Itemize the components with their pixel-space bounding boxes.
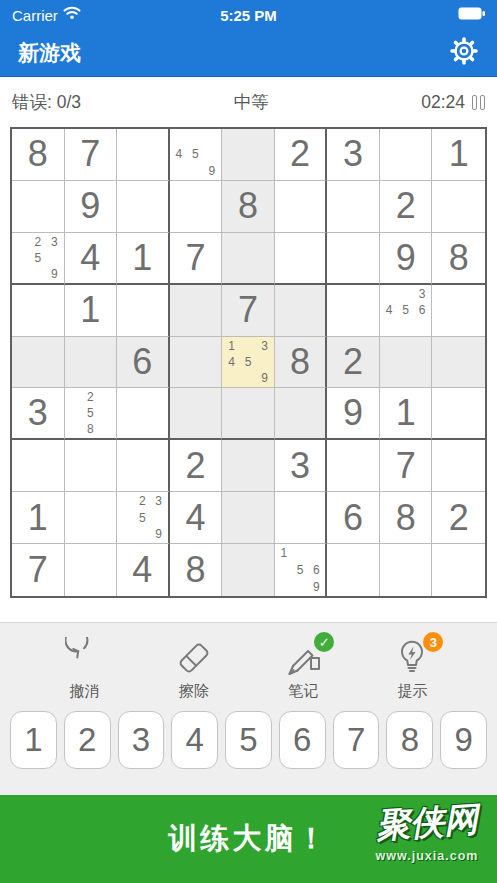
- difficulty-label: 中等: [234, 90, 269, 114]
- cell-r2c9[interactable]: [432, 181, 485, 233]
- cell-r7c2[interactable]: [65, 440, 118, 492]
- erase-label: 擦除: [179, 682, 209, 701]
- pencil-marks: 13459: [223, 338, 273, 387]
- cell-r6c9[interactable]: [432, 388, 485, 440]
- sudoku-app: Carrier 5:25 PM 新游戏: [0, 0, 497, 883]
- pencil-marks: 2359: [118, 493, 167, 542]
- cell-r7c4[interactable]: 2: [170, 440, 223, 492]
- board-gap: [0, 598, 497, 622]
- cell-r2c2[interactable]: 9: [65, 181, 118, 233]
- pencil-marks: 1569: [276, 545, 325, 595]
- cell-digit: 3: [28, 395, 48, 431]
- cell-r1c5[interactable]: [222, 129, 275, 181]
- cell-digit: 6: [132, 344, 152, 380]
- hint-label: 提示: [397, 682, 427, 701]
- cell-r6c4[interactable]: [170, 388, 223, 440]
- numpad-5[interactable]: 5: [225, 711, 272, 769]
- cell-r5c9[interactable]: [432, 337, 485, 389]
- cell-digit: 2: [396, 188, 416, 224]
- numpad-4[interactable]: 4: [171, 711, 218, 769]
- pencil-marks: 2359: [13, 234, 63, 282]
- hint-button[interactable]: 3 提示: [377, 637, 447, 701]
- cell-digit: 8: [396, 500, 416, 536]
- cell-r9c3[interactable]: 4: [117, 544, 170, 596]
- undo-icon: [65, 637, 105, 677]
- numpad-2[interactable]: 2: [64, 711, 111, 769]
- cell-r1c3[interactable]: [117, 129, 170, 181]
- pencil-marks: 258: [66, 389, 116, 437]
- cell-digit: 2: [185, 448, 205, 484]
- battery-icon: [458, 6, 485, 24]
- watermark: 聚侠网 www.juxia.com: [365, 799, 489, 863]
- carrier-label: Carrier: [12, 7, 58, 24]
- clock-label: 5:25 PM: [220, 7, 277, 24]
- status-bar: Carrier 5:25 PM: [0, 0, 497, 30]
- cell-r6c3[interactable]: [117, 388, 170, 440]
- cell-r9c9[interactable]: [432, 544, 485, 596]
- cell-r4c3[interactable]: [117, 285, 170, 337]
- cell-r4c2[interactable]: 1: [65, 285, 118, 337]
- cell-r4c5[interactable]: 7: [222, 285, 275, 337]
- cell-r6c1[interactable]: 3: [12, 388, 65, 440]
- page-title: 新游戏: [18, 39, 81, 67]
- pause-icon[interactable]: [472, 95, 485, 110]
- cell-digit: 9: [80, 188, 100, 224]
- cell-r4c6[interactable]: [275, 285, 328, 337]
- cell-digit: 7: [80, 136, 100, 172]
- cell-r1c1[interactable]: 8: [12, 129, 65, 181]
- cell-r3c3[interactable]: 1: [117, 233, 170, 285]
- banner-slogan: 训练大脑！: [169, 819, 329, 859]
- cell-digit: 2: [449, 500, 469, 536]
- cell-r2c5[interactable]: 8: [222, 181, 275, 233]
- cell-r7c9[interactable]: [432, 440, 485, 492]
- cell-r5c2[interactable]: [65, 337, 118, 389]
- cell-r6c8[interactable]: 1: [380, 388, 433, 440]
- cell-r8c1[interactable]: 1: [12, 492, 65, 544]
- cell-r6c7[interactable]: 9: [327, 388, 380, 440]
- cell-r8c7[interactable]: 6: [327, 492, 380, 544]
- cell-r8c6[interactable]: [275, 492, 328, 544]
- toolbar: 撤消 擦除: [0, 623, 497, 701]
- cell-r9c7[interactable]: [327, 544, 380, 596]
- gear-icon[interactable]: [449, 36, 479, 70]
- cell-digit: 7: [396, 448, 416, 484]
- cell-r1c6[interactable]: 2: [275, 129, 328, 181]
- cell-r7c1[interactable]: [12, 440, 65, 492]
- cell-r7c6[interactable]: 3: [275, 440, 328, 492]
- cell-digit: 9: [396, 240, 416, 276]
- cell-r8c2[interactable]: [65, 492, 118, 544]
- cell-digit: 3: [290, 448, 310, 484]
- cell-r3c8[interactable]: 9: [380, 233, 433, 285]
- cell-r4c1[interactable]: [12, 285, 65, 337]
- erase-button[interactable]: 擦除: [159, 637, 229, 701]
- cell-r5c7[interactable]: 2: [327, 337, 380, 389]
- undo-button[interactable]: 撤消: [50, 637, 120, 701]
- cell-r7c7[interactable]: [327, 440, 380, 492]
- cell-digit: 1: [28, 500, 48, 536]
- cell-r3c5[interactable]: [222, 233, 275, 285]
- cell-r2c4[interactable]: [170, 181, 223, 233]
- cell-r2c3[interactable]: [117, 181, 170, 233]
- cell-r7c8[interactable]: 7: [380, 440, 433, 492]
- numpad-7[interactable]: 7: [333, 711, 380, 769]
- cell-r1c2[interactable]: 7: [65, 129, 118, 181]
- cell-digit: 7: [185, 240, 205, 276]
- cell-digit: 4: [132, 552, 152, 588]
- cell-r3c4[interactable]: 7: [170, 233, 223, 285]
- cell-r5c8[interactable]: [380, 337, 433, 389]
- cell-digit: 6: [343, 500, 363, 536]
- cell-r1c7[interactable]: 3: [327, 129, 380, 181]
- mistakes-counter: 错误: 0/3: [12, 90, 81, 114]
- cell-r4c9[interactable]: [432, 285, 485, 337]
- cell-r1c4[interactable]: 459: [170, 129, 223, 181]
- cell-r2c6[interactable]: [275, 181, 328, 233]
- cell-digit: 2: [290, 136, 310, 172]
- undo-label: 撤消: [70, 682, 100, 701]
- cell-r6c5[interactable]: [222, 388, 275, 440]
- timer-value: 02:24: [421, 92, 465, 113]
- cell-r9c2[interactable]: [65, 544, 118, 596]
- numpad-3[interactable]: 3: [118, 711, 165, 769]
- cell-r3c7[interactable]: [327, 233, 380, 285]
- game-hud: 错误: 0/3 中等 02:24: [0, 77, 497, 127]
- wifi-icon: [63, 6, 81, 24]
- cell-r4c4[interactable]: [170, 285, 223, 337]
- nav-bar: 新游戏: [0, 30, 497, 77]
- numpad-6[interactable]: 6: [279, 711, 326, 769]
- cell-r9c1[interactable]: 7: [12, 544, 65, 596]
- cell-r4c8[interactable]: 3456: [380, 285, 433, 337]
- cell-r1c8[interactable]: [380, 129, 433, 181]
- eraser-icon: [174, 637, 214, 677]
- cell-r6c2[interactable]: 258: [65, 388, 118, 440]
- watermark-url: www.juxia.com: [365, 849, 489, 863]
- cell-r2c1[interactable]: [12, 181, 65, 233]
- cell-r1c9[interactable]: 1: [432, 129, 485, 181]
- pencil-marks: 459: [171, 130, 221, 179]
- sudoku-board: 8745923198223594179817345661345982325891…: [10, 127, 487, 598]
- cell-digit: 1: [449, 136, 469, 172]
- cell-r5c1[interactable]: [12, 337, 65, 389]
- cell-r3c2[interactable]: 4: [65, 233, 118, 285]
- cell-r3c9[interactable]: 8: [432, 233, 485, 285]
- cell-r3c6[interactable]: [275, 233, 328, 285]
- notes-on-badge: ✓: [312, 630, 336, 654]
- cell-r7c5[interactable]: [222, 440, 275, 492]
- cell-digit: 2: [343, 344, 363, 380]
- control-panel: 撤消 擦除: [0, 622, 497, 795]
- numpad-9[interactable]: 9: [440, 711, 487, 769]
- number-pad: 123456789: [0, 701, 497, 769]
- cell-digit: 8: [449, 240, 469, 276]
- cell-r5c5[interactable]: 13459: [222, 337, 275, 389]
- cell-r9c6[interactable]: 1569: [275, 544, 328, 596]
- cell-digit: 8: [28, 136, 48, 172]
- cell-digit: 7: [238, 292, 258, 328]
- cell-digit: 8: [290, 344, 310, 380]
- cell-digit: 1: [132, 240, 152, 276]
- cell-r9c4[interactable]: 8: [170, 544, 223, 596]
- cell-digit: 7: [28, 552, 48, 588]
- cell-r9c5[interactable]: [222, 544, 275, 596]
- cell-r5c4[interactable]: [170, 337, 223, 389]
- hint-count-badge: 3: [421, 630, 445, 654]
- cell-r8c5[interactable]: [222, 492, 275, 544]
- cell-digit: 1: [396, 395, 416, 431]
- cell-digit: 9: [343, 395, 363, 431]
- cell-r3c1[interactable]: 2359: [12, 233, 65, 285]
- cell-r5c6[interactable]: 8: [275, 337, 328, 389]
- cell-r8c9[interactable]: 2: [432, 492, 485, 544]
- cell-r7c3[interactable]: [117, 440, 170, 492]
- timer: 02:24: [421, 92, 485, 113]
- cell-r2c7[interactable]: [327, 181, 380, 233]
- numpad-1[interactable]: 1: [10, 711, 57, 769]
- cell-r6c6[interactable]: [275, 388, 328, 440]
- cell-r4c7[interactable]: [327, 285, 380, 337]
- notes-button[interactable]: ✓ 笔记: [268, 637, 338, 701]
- cell-r5c3[interactable]: 6: [117, 337, 170, 389]
- ad-banner[interactable]: 训练大脑！ 聚侠网 www.juxia.com: [0, 795, 497, 883]
- cell-r8c8[interactable]: 8: [380, 492, 433, 544]
- cell-r9c8[interactable]: [380, 544, 433, 596]
- cell-digit: 1: [80, 292, 100, 328]
- cell-digit: 4: [185, 500, 205, 536]
- numpad-8[interactable]: 8: [386, 711, 433, 769]
- cell-digit: 3: [343, 136, 363, 172]
- cell-r8c4[interactable]: 4: [170, 492, 223, 544]
- cell-digit: 8: [185, 552, 205, 588]
- cell-r2c8[interactable]: 2: [380, 181, 433, 233]
- pencil-marks: 3456: [381, 286, 431, 335]
- cell-digit: 4: [80, 240, 100, 276]
- watermark-title: 聚侠网: [363, 795, 490, 851]
- notes-label: 笔记: [288, 682, 318, 701]
- cell-digit: 8: [238, 188, 258, 224]
- cell-r8c3[interactable]: 2359: [117, 492, 170, 544]
